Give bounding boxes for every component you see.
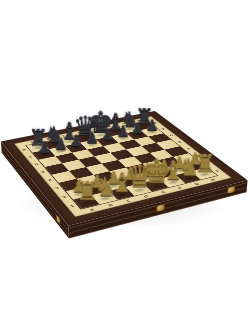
piece-black-pawn-h7: ♟ [146, 118, 159, 133]
piece-black-pawn-g7: ♟ [131, 121, 144, 136]
brass-latch-icon [57, 215, 61, 225]
piece-black-pawn-c7: ♟ [70, 134, 84, 150]
piece-black-pawn-f7: ♟ [116, 124, 130, 139]
piece-black-pawn-a7: ♟ [37, 140, 51, 156]
chess-board: ABCDEFGH ABCDEFGH 87654321 87654321 ♜♞♝♛… [1, 111, 248, 226]
brass-latch-icon [157, 204, 165, 212]
piece-black-pawn-b7: ♟ [54, 137, 68, 153]
piece-black-pawn-d7: ♟ [85, 130, 99, 145]
piece-black-pawn-e7: ♟ [101, 127, 115, 142]
piece-white-rook-a1: ♜ [75, 179, 98, 205]
product-photo: ABCDEFGH ABCDEFGH 87654321 87654321 ♜♞♝♛… [0, 0, 250, 311]
scene: ABCDEFGH ABCDEFGH 87654321 87654321 ♜♞♝♛… [0, 0, 250, 311]
brass-hinge-icon [227, 186, 235, 193]
